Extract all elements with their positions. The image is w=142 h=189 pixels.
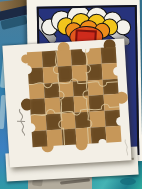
artist-signature bbox=[14, 106, 29, 137]
puzzle-cutlines bbox=[27, 47, 122, 147]
puzzle-board-area bbox=[27, 47, 122, 147]
photo-of-art-prints bbox=[0, 0, 142, 189]
pencil-mark bbox=[122, 138, 129, 156]
paint-blob bbox=[120, 178, 136, 185]
chessboard-print-sheet bbox=[2, 38, 131, 167]
